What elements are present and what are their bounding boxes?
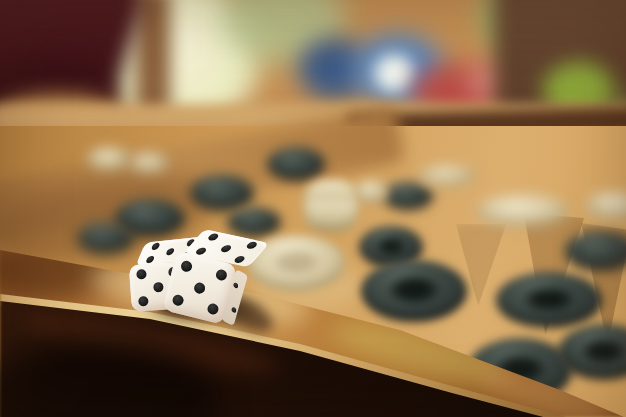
- die-pip: [231, 307, 237, 314]
- die-pip: [138, 296, 149, 307]
- die-pip: [180, 259, 193, 272]
- die-pip: [151, 242, 161, 250]
- die-pip: [171, 294, 184, 307]
- die-pip: [136, 269, 147, 280]
- die-pip: [206, 302, 219, 315]
- die-pip: [215, 268, 228, 281]
- backgammon-photo-scene: [0, 0, 626, 417]
- die-pip: [232, 255, 246, 263]
- die-pip: [207, 233, 221, 241]
- die-pip: [219, 244, 233, 252]
- die-pip: [244, 241, 258, 249]
- die-pip: [193, 281, 206, 294]
- die-pip: [195, 247, 209, 255]
- die-pip: [233, 282, 239, 289]
- die-right: [156, 219, 260, 335]
- dice-layer: [0, 0, 626, 417]
